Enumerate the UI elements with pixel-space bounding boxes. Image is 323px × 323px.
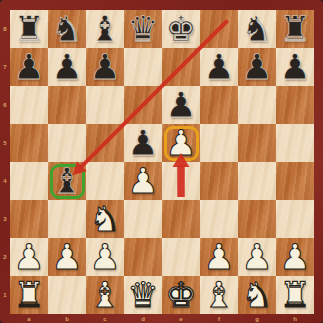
rank-label-1: 1: [1, 292, 9, 298]
square-c4[interactable]: [86, 162, 124, 200]
chess-board-frame: ♜♞♝♛♚♞♜♟♟♟♟♟♟♟♟♟♝♟♞♟♟♟♟♟♟♜♝♛♚♝♞♜ 8765432…: [0, 0, 323, 323]
square-a1[interactable]: ♜: [10, 276, 48, 314]
square-c3[interactable]: ♞: [86, 200, 124, 238]
piece-white-bishop-c1[interactable]: ♝: [89, 276, 120, 314]
square-c6[interactable]: [86, 86, 124, 124]
square-a8[interactable]: ♜: [10, 10, 48, 48]
square-e2[interactable]: [162, 238, 200, 276]
square-h8[interactable]: ♜: [276, 10, 314, 48]
square-e4[interactable]: [162, 162, 200, 200]
piece-white-rook-h1[interactable]: ♜: [279, 276, 310, 314]
square-b3[interactable]: [48, 200, 86, 238]
piece-black-king-e8[interactable]: ♚: [165, 10, 196, 48]
square-a2[interactable]: ♟: [10, 238, 48, 276]
piece-white-knight-c3[interactable]: ♞: [89, 200, 120, 238]
piece-white-pawn-d4[interactable]: ♟: [127, 162, 158, 200]
square-b6[interactable]: [48, 86, 86, 124]
square-h4[interactable]: [276, 162, 314, 200]
rank-label-6: 6: [1, 102, 9, 108]
rank-label-5: 5: [1, 140, 9, 146]
square-h5[interactable]: [276, 124, 314, 162]
square-b2[interactable]: ♟: [48, 238, 86, 276]
piece-black-bishop-b4[interactable]: ♝: [51, 162, 82, 200]
piece-white-rook-a1[interactable]: ♜: [13, 276, 44, 314]
square-d5[interactable]: ♟: [124, 124, 162, 162]
square-h3[interactable]: [276, 200, 314, 238]
piece-white-bishop-f1[interactable]: ♝: [203, 276, 234, 314]
square-e8[interactable]: ♚: [162, 10, 200, 48]
square-d7[interactable]: [124, 48, 162, 86]
piece-white-pawn-f2[interactable]: ♟: [203, 238, 234, 276]
file-label-d: d: [124, 316, 162, 322]
rank-label-3: 3: [1, 216, 9, 222]
piece-white-pawn-b2[interactable]: ♟: [51, 238, 82, 276]
square-c7[interactable]: ♟: [86, 48, 124, 86]
square-h6[interactable]: [276, 86, 314, 124]
square-c8[interactable]: ♝: [86, 10, 124, 48]
rank-label-8: 8: [1, 26, 9, 32]
piece-black-pawn-h7[interactable]: ♟: [279, 48, 310, 86]
rank-label-2: 2: [1, 254, 9, 260]
square-c2[interactable]: ♟: [86, 238, 124, 276]
square-b4[interactable]: ♝: [48, 162, 86, 200]
piece-black-pawn-f7[interactable]: ♟: [203, 48, 234, 86]
square-g2[interactable]: ♟: [238, 238, 276, 276]
square-g4[interactable]: [238, 162, 276, 200]
square-e7[interactable]: [162, 48, 200, 86]
square-a7[interactable]: ♟: [10, 48, 48, 86]
square-g7[interactable]: ♟: [238, 48, 276, 86]
square-f1[interactable]: ♝: [200, 276, 238, 314]
square-a4[interactable]: [10, 162, 48, 200]
piece-black-pawn-g7[interactable]: ♟: [241, 48, 272, 86]
square-d4[interactable]: ♟: [124, 162, 162, 200]
square-e1[interactable]: ♚: [162, 276, 200, 314]
square-h7[interactable]: ♟: [276, 48, 314, 86]
piece-black-pawn-a7[interactable]: ♟: [13, 48, 44, 86]
square-b8[interactable]: ♞: [48, 10, 86, 48]
file-label-e: e: [162, 316, 200, 322]
piece-white-pawn-a2[interactable]: ♟: [13, 238, 44, 276]
piece-black-queen-d8[interactable]: ♛: [127, 10, 158, 48]
piece-white-queen-d1[interactable]: ♛: [127, 276, 158, 314]
piece-white-pawn-g2[interactable]: ♟: [241, 238, 272, 276]
square-d8[interactable]: ♛: [124, 10, 162, 48]
square-c5[interactable]: [86, 124, 124, 162]
square-e3[interactable]: [162, 200, 200, 238]
square-f2[interactable]: ♟: [200, 238, 238, 276]
square-d2[interactable]: [124, 238, 162, 276]
square-e5[interactable]: ♟: [162, 124, 200, 162]
file-label-g: g: [238, 316, 276, 322]
square-b1[interactable]: [48, 276, 86, 314]
piece-white-knight-g1[interactable]: ♞: [241, 276, 272, 314]
square-f8[interactable]: [200, 10, 238, 48]
square-g8[interactable]: ♞: [238, 10, 276, 48]
piece-black-rook-h8[interactable]: ♜: [279, 10, 310, 48]
square-a6[interactable]: [10, 86, 48, 124]
square-d1[interactable]: ♛: [124, 276, 162, 314]
square-a3[interactable]: [10, 200, 48, 238]
square-g1[interactable]: ♞: [238, 276, 276, 314]
square-g5[interactable]: [238, 124, 276, 162]
file-label-f: f: [200, 316, 238, 322]
piece-white-king-e1[interactable]: ♚: [165, 276, 196, 314]
square-f3[interactable]: [200, 200, 238, 238]
square-d3[interactable]: [124, 200, 162, 238]
square-f7[interactable]: ♟: [200, 48, 238, 86]
square-b5[interactable]: [48, 124, 86, 162]
square-h2[interactable]: ♟: [276, 238, 314, 276]
piece-black-pawn-d5[interactable]: ♟: [127, 124, 158, 162]
square-e6[interactable]: ♟: [162, 86, 200, 124]
piece-black-knight-b8[interactable]: ♞: [51, 10, 82, 48]
piece-black-pawn-c7[interactable]: ♟: [89, 48, 120, 86]
square-b7[interactable]: ♟: [48, 48, 86, 86]
file-label-b: b: [48, 316, 86, 322]
file-label-c: c: [86, 316, 124, 322]
square-g6[interactable]: [238, 86, 276, 124]
square-g3[interactable]: [238, 200, 276, 238]
chess-board[interactable]: ♜♞♝♛♚♞♜♟♟♟♟♟♟♟♟♟♝♟♞♟♟♟♟♟♟♜♝♛♚♝♞♜: [10, 10, 314, 314]
square-a5[interactable]: [10, 124, 48, 162]
square-f5[interactable]: [200, 124, 238, 162]
piece-white-pawn-h2[interactable]: ♟: [279, 238, 310, 276]
square-f4[interactable]: [200, 162, 238, 200]
square-d6[interactable]: [124, 86, 162, 124]
rank-label-7: 7: [1, 64, 9, 70]
piece-black-pawn-b7[interactable]: ♟: [51, 48, 82, 86]
piece-black-knight-g8[interactable]: ♞: [241, 10, 272, 48]
piece-black-bishop-c8[interactable]: ♝: [89, 10, 120, 48]
file-label-h: h: [276, 316, 314, 322]
square-h1[interactable]: ♜: [276, 276, 314, 314]
square-c1[interactable]: ♝: [86, 276, 124, 314]
piece-black-rook-a8[interactable]: ♜: [13, 10, 44, 48]
piece-white-pawn-c2[interactable]: ♟: [89, 238, 120, 276]
piece-black-pawn-e6[interactable]: ♟: [165, 86, 196, 124]
square-f6[interactable]: [200, 86, 238, 124]
piece-white-pawn-e5[interactable]: ♟: [165, 124, 196, 162]
rank-label-4: 4: [1, 178, 9, 184]
file-label-a: a: [10, 316, 48, 322]
